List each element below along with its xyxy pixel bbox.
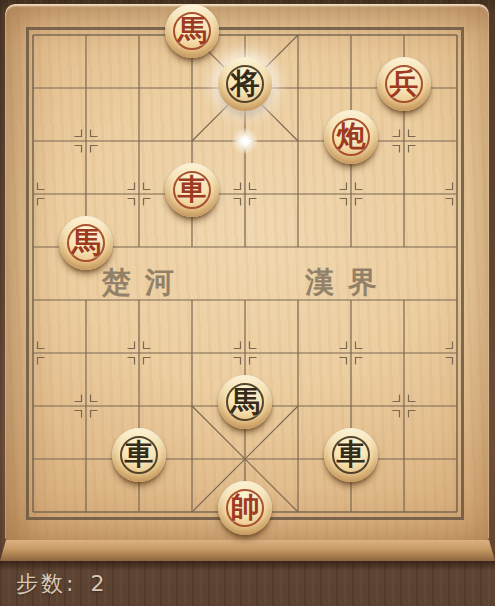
move-counter-label: 步数: [16,571,76,596]
move-counter: 步数:2 [16,569,104,599]
piece-black-horse[interactable]: 馬 [218,375,272,429]
piece-black-general[interactable]: 将 [218,57,272,111]
piece-character: 帥 [231,493,260,522]
piece-black-chariot-b[interactable]: 車 [324,428,378,482]
piece-character: 炮 [337,122,366,151]
piece-character: 車 [178,175,207,204]
river-label-chu: 楚河 [100,265,190,299]
piece-red-cannon[interactable]: 炮 [324,110,378,164]
piece-character: 車 [337,440,366,469]
piece-character: 馬 [178,16,207,45]
piece-character: 将 [231,69,260,98]
move-counter-value: 2 [90,571,104,596]
piece-character: 馬 [231,387,260,416]
piece-black-chariot-a[interactable]: 車 [112,428,166,482]
piece-red-general[interactable]: 帥 [218,481,272,535]
piece-red-soldier[interactable]: 兵 [377,57,431,111]
sparkle-effect-icon [231,127,259,155]
piece-red-chariot[interactable]: 車 [165,163,219,217]
river-label-han: 漢界 [302,265,394,299]
piece-character: 兵 [390,69,419,98]
piece-red-horse-a[interactable]: 馬 [165,4,219,58]
piece-character: 馬 [72,228,101,257]
piece-red-horse-b[interactable]: 馬 [59,216,113,270]
piece-character: 車 [125,440,154,469]
